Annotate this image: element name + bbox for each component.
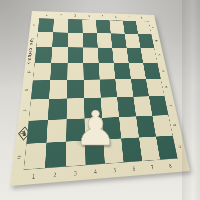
square-d4 [83, 63, 99, 80]
square-b3 [68, 33, 83, 48]
label-top-3: 3 [68, 13, 82, 18]
label-top-8: 8 [135, 16, 148, 20]
square-e2 [49, 80, 67, 99]
square-b5 [97, 33, 112, 47]
square-e4 [84, 80, 101, 99]
label-bottom-2: 2 [44, 170, 65, 181]
square-c1 [35, 47, 52, 63]
square-e8 [146, 79, 164, 97]
table-cloth-background: 12345678 12345678 abcdefgh abcdefgh US C… [0, 0, 200, 200]
square-d3 [67, 63, 83, 80]
label-top-2: 2 [54, 13, 68, 18]
square-c3 [67, 47, 83, 63]
square-b1 [36, 32, 53, 47]
square-h2 [45, 141, 66, 167]
label-top-4: 4 [82, 14, 96, 19]
square-e1 [31, 80, 50, 99]
square-a4 [82, 20, 97, 34]
label-top-1: 1 [39, 13, 54, 18]
label-top-5: 5 [96, 14, 110, 19]
label-bottom-8: 8 [161, 162, 180, 172]
label-bottom-6: 6 [124, 164, 144, 174]
vinyl-board-surface: 12345678 12345678 abcdefgh abcdefgh US C… [10, 11, 190, 186]
square-c4 [83, 47, 99, 63]
square-b8 [138, 34, 154, 48]
square-g2 [47, 119, 67, 143]
label-bottom-1: 1 [22, 172, 44, 183]
square-g1 [27, 120, 48, 144]
square-a1 [38, 18, 54, 32]
square-b2 [52, 32, 68, 47]
square-d2 [50, 63, 67, 80]
label-bottom-3: 3 [65, 169, 86, 179]
white-pawn[interactable]: ♟ [74, 106, 106, 150]
square-f8 [149, 96, 168, 116]
square-d5 [99, 63, 116, 80]
square-e3 [67, 80, 84, 99]
square-c5 [98, 47, 114, 62]
square-c8 [140, 48, 157, 63]
label-bottom-7: 7 [143, 163, 163, 173]
square-b4 [83, 33, 98, 47]
square-a8 [136, 21, 151, 34]
square-f1 [29, 99, 49, 120]
square-f2 [48, 99, 67, 120]
square-c2 [51, 47, 67, 63]
label-bottom-4: 4 [85, 167, 105, 177]
square-a3 [68, 19, 83, 33]
square-d1 [33, 63, 51, 81]
square-d8 [143, 63, 161, 79]
square-a2 [53, 19, 68, 33]
square-a5 [96, 20, 111, 33]
square-h1 [24, 143, 47, 170]
square-e5 [100, 79, 118, 97]
label-top-7: 7 [122, 15, 136, 19]
label-bottom-5: 5 [105, 166, 125, 176]
label-top-6: 6 [109, 15, 123, 19]
